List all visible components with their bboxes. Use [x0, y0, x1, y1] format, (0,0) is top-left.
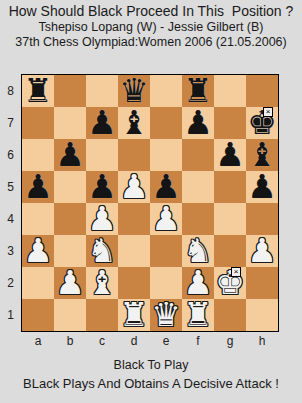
page: How Should Black Proceed In This Positio…	[0, 0, 302, 403]
white-bishop: ♝	[87, 267, 117, 299]
square-e1[interactable]: ♛	[150, 299, 182, 331]
square-a7[interactable]	[22, 107, 54, 139]
square-a3[interactable]: ♟	[22, 235, 54, 267]
square-g5[interactable]	[214, 171, 246, 203]
square-g2[interactable]: ♚×	[214, 267, 246, 299]
rank-label-8: 8	[7, 84, 14, 98]
square-c1[interactable]	[86, 299, 118, 331]
square-f5[interactable]	[182, 171, 214, 203]
white-queen: ♛	[151, 299, 181, 331]
square-e7[interactable]	[150, 107, 182, 139]
square-a2[interactable]	[22, 267, 54, 299]
square-d5[interactable]: ♟	[118, 171, 150, 203]
header: How Should Black Proceed In This Positio…	[0, 3, 302, 50]
white-pawn: ♟	[55, 267, 85, 299]
white-pawn: ♟	[151, 203, 181, 235]
rank-label-2: 2	[7, 276, 14, 290]
rank-label-7: 7	[7, 116, 14, 130]
white-rook: ♜	[119, 299, 149, 331]
rank-label-3: 3	[7, 244, 14, 258]
square-f7[interactable]: ♟	[182, 107, 214, 139]
square-g4[interactable]	[214, 203, 246, 235]
square-d3[interactable]	[118, 235, 150, 267]
black-bishop: ♝	[119, 107, 149, 139]
square-f6[interactable]	[182, 139, 214, 171]
white-pawn: ♟	[119, 171, 149, 203]
hint-caption: BLack Plays And Obtains A Decisive Attac…	[0, 376, 302, 391]
white-pawn: ♟	[247, 235, 277, 267]
king-marker-icon: ×	[263, 107, 273, 117]
event-line: 37th Chess Olympiad:Women 2006 (21.05.20…	[0, 35, 302, 50]
square-e8[interactable]	[150, 75, 182, 107]
square-b2[interactable]: ♟	[54, 267, 86, 299]
file-label-d: d	[131, 334, 138, 348]
square-f1[interactable]: ♜	[182, 299, 214, 331]
rank-label-4: 4	[7, 212, 14, 226]
file-labels: abcdefgh	[21, 332, 279, 349]
square-g8[interactable]	[214, 75, 246, 107]
square-g6[interactable]: ♟	[214, 139, 246, 171]
file-label-e: e	[163, 334, 170, 348]
file-label-g: g	[227, 334, 234, 348]
square-b4[interactable]	[54, 203, 86, 235]
square-a8[interactable]: ♜	[22, 75, 54, 107]
square-h1[interactable]	[246, 299, 278, 331]
square-d7[interactable]: ♝	[118, 107, 150, 139]
rank-labels: 87654321	[0, 74, 21, 332]
file-label-f: f	[196, 334, 199, 348]
square-e4[interactable]: ♟	[150, 203, 182, 235]
square-h3[interactable]: ♟	[246, 235, 278, 267]
square-a1[interactable]	[22, 299, 54, 331]
black-pawn: ♟	[183, 107, 213, 139]
square-b5[interactable]	[54, 171, 86, 203]
file-label-h: h	[259, 334, 266, 348]
footer: Black To Play BLack Plays And Obtains A …	[0, 358, 302, 391]
file-label-b: b	[67, 334, 74, 348]
players-line: Tshepiso Lopang (W) - Jessie Gilbert (B)	[0, 20, 302, 35]
file-label-c: c	[99, 334, 105, 348]
square-d1[interactable]: ♜	[118, 299, 150, 331]
square-d4[interactable]	[118, 203, 150, 235]
square-h2[interactable]	[246, 267, 278, 299]
chess-board: ♜♛♜♟♝♟♚×♟♟♝♟♟♟♟♟♟♟♟♞♞♟♟♝♟♚×♜♛♜	[21, 74, 279, 332]
black-pawn: ♟	[247, 171, 277, 203]
black-pawn: ♟	[87, 107, 117, 139]
file-label-a: a	[35, 334, 42, 348]
square-g1[interactable]	[214, 299, 246, 331]
page-title: How Should Black Proceed In This Positio…	[0, 3, 302, 20]
square-h5[interactable]: ♟	[246, 171, 278, 203]
black-rook: ♜	[23, 75, 53, 107]
white-pawn: ♟	[23, 235, 53, 267]
black-pawn: ♟	[55, 139, 85, 171]
white-rook: ♜	[183, 299, 213, 331]
square-c7[interactable]: ♟	[86, 107, 118, 139]
rank-label-5: 5	[7, 180, 14, 194]
square-a5[interactable]: ♟	[22, 171, 54, 203]
square-e3[interactable]	[150, 235, 182, 267]
square-c2[interactable]: ♝	[86, 267, 118, 299]
square-b8[interactable]	[54, 75, 86, 107]
black-pawn: ♟	[23, 171, 53, 203]
king-marker-icon: ×	[231, 267, 241, 277]
square-b6[interactable]: ♟	[54, 139, 86, 171]
black-pawn: ♟	[215, 139, 245, 171]
square-b1[interactable]	[54, 299, 86, 331]
rank-label-1: 1	[7, 308, 14, 322]
side-to-move-caption: Black To Play	[0, 358, 302, 373]
board-area: 87654321 ♜♛♜♟♝♟♚×♟♟♝♟♟♟♟♟♟♟♟♞♞♟♟♝♟♚×♜♛♜	[0, 74, 302, 332]
rank-label-6: 6	[7, 148, 14, 162]
